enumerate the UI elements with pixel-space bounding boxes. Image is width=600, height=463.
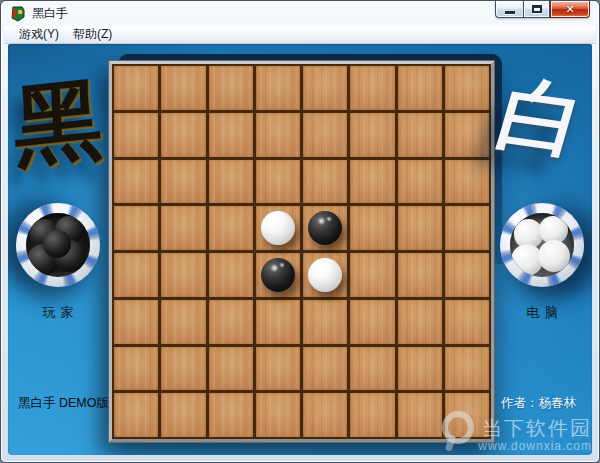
board-cell[interactable]	[114, 160, 158, 204]
board-cell[interactable]	[445, 347, 489, 391]
white-stone	[261, 211, 295, 245]
board-cell[interactable]	[350, 300, 394, 344]
board-cell[interactable]	[209, 393, 253, 437]
menu-bar: 游戏(Y) 帮助(Z)	[4, 26, 596, 44]
black-stone	[308, 211, 342, 245]
board-cell[interactable]	[350, 347, 394, 391]
black-player-label: 玩家	[8, 304, 108, 322]
window-title: 黑白手	[32, 5, 68, 22]
board-cell[interactable]	[114, 66, 158, 110]
board-cell[interactable]	[209, 206, 253, 250]
board-cell[interactable]	[114, 347, 158, 391]
board-cell[interactable]	[256, 66, 300, 110]
board-cell[interactable]	[161, 347, 205, 391]
menu-item-help[interactable]: 帮助(Z)	[66, 25, 119, 44]
board-cell[interactable]	[398, 393, 442, 437]
board-cell[interactable]	[209, 347, 253, 391]
close-icon: ✕	[565, 4, 574, 15]
board-cell[interactable]	[161, 253, 205, 297]
app-icon	[10, 6, 26, 22]
board-cell[interactable]	[350, 393, 394, 437]
board-cell[interactable]	[256, 347, 300, 391]
board-cell[interactable]	[350, 160, 394, 204]
board-cell[interactable]	[209, 113, 253, 157]
board-cell[interactable]	[445, 160, 489, 204]
menu-item-game[interactable]: 游戏(Y)	[12, 25, 66, 44]
board-cell[interactable]	[398, 160, 442, 204]
board-cell[interactable]	[161, 113, 205, 157]
white-stone-bowl	[500, 203, 584, 287]
white-player-label: 电脑	[492, 304, 592, 322]
black-stone	[261, 258, 295, 292]
board-cell[interactable]	[398, 66, 442, 110]
board-cell[interactable]	[350, 113, 394, 157]
board-cell[interactable]	[161, 206, 205, 250]
demo-version-text: 黑白手 DEMO版	[18, 395, 109, 412]
board-cell[interactable]	[445, 206, 489, 250]
maximize-icon	[532, 5, 542, 13]
board-cell[interactable]	[398, 347, 442, 391]
white-bowl-opening	[510, 213, 574, 277]
black-stone-in-bowl	[43, 230, 71, 258]
board-cell[interactable]	[256, 393, 300, 437]
board-cell[interactable]	[256, 300, 300, 344]
board-cell[interactable]	[303, 113, 347, 157]
board-cell[interactable]	[350, 66, 394, 110]
board-cell[interactable]	[114, 253, 158, 297]
window-controls: ✕	[495, 1, 590, 18]
board-cell[interactable]	[350, 206, 394, 250]
board-cell[interactable]	[303, 206, 347, 250]
board-cell[interactable]	[209, 300, 253, 344]
board-cell[interactable]	[398, 300, 442, 344]
close-button[interactable]: ✕	[550, 1, 590, 18]
minimize-button[interactable]	[495, 1, 523, 18]
black-side-panel: 黑 玩家	[8, 44, 108, 455]
board-cell[interactable]	[256, 160, 300, 204]
white-stone-in-bowl	[538, 240, 570, 272]
author-text: 作者：杨春林	[501, 395, 576, 412]
board-cell[interactable]	[209, 160, 253, 204]
board	[109, 61, 494, 442]
board-cell[interactable]	[350, 253, 394, 297]
board-cell[interactable]	[256, 253, 300, 297]
board-cell[interactable]	[161, 300, 205, 344]
board-cell[interactable]	[161, 66, 205, 110]
board-cell[interactable]	[114, 206, 158, 250]
board-cell[interactable]	[445, 393, 489, 437]
board-cell[interactable]	[256, 113, 300, 157]
white-stone	[308, 258, 342, 292]
titlebar: 黑白手 ✕	[1, 1, 599, 26]
board-cell[interactable]	[303, 160, 347, 204]
board-cell[interactable]	[398, 206, 442, 250]
board-cell[interactable]	[256, 206, 300, 250]
minimize-icon	[505, 11, 515, 14]
board-cell[interactable]	[114, 393, 158, 437]
board-cell[interactable]	[114, 113, 158, 157]
play-area: 黑 玩家 白 电	[8, 44, 592, 455]
maximize-button[interactable]	[523, 1, 550, 18]
board-cell[interactable]	[209, 66, 253, 110]
board-cell[interactable]	[161, 393, 205, 437]
board-cell[interactable]	[303, 347, 347, 391]
board-cell[interactable]	[161, 160, 205, 204]
board-cell[interactable]	[398, 253, 442, 297]
board-cell[interactable]	[445, 66, 489, 110]
white-calligraphy-glyph: 白	[481, 70, 592, 164]
black-bowl-opening	[26, 213, 90, 277]
white-side-panel: 白 电脑	[492, 44, 592, 455]
board-cell[interactable]	[445, 253, 489, 297]
board-cell[interactable]	[303, 393, 347, 437]
board-cell[interactable]	[303, 253, 347, 297]
board-cell[interactable]	[398, 113, 442, 157]
board-cell[interactable]	[303, 66, 347, 110]
board-cell[interactable]	[209, 253, 253, 297]
black-calligraphy-glyph: 黑	[8, 73, 110, 171]
board-cell[interactable]	[114, 300, 158, 344]
board-cell[interactable]	[445, 300, 489, 344]
board-cell[interactable]	[303, 300, 347, 344]
app-window: 黑白手 ✕ 游戏(Y) 帮助(Z) 黑 玩家	[0, 0, 600, 463]
black-stone-bowl	[16, 203, 100, 287]
